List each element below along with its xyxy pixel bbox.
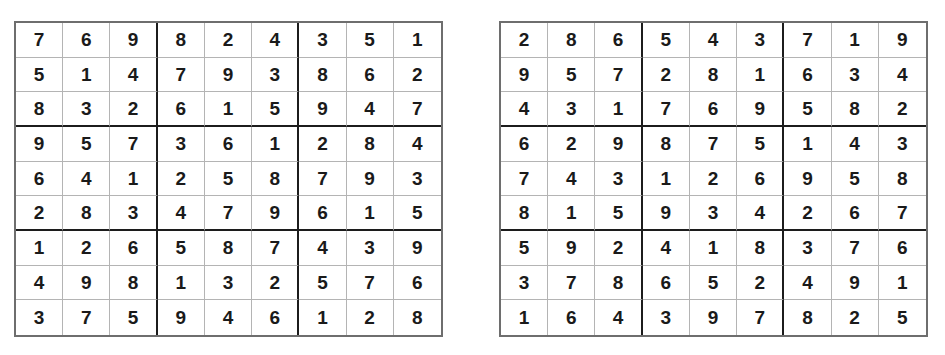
sudoku-cell-left-r9c1: 3 [16,300,63,335]
sudoku-cell-left-r5c9: 3 [394,162,441,197]
sudoku-cell-left-r5c7: 7 [299,162,346,197]
sudoku-cell-right-r1c8: 1 [832,23,879,58]
sudoku-cell-left-r4c3: 7 [110,127,157,162]
sudoku-cell-right-r2c8: 3 [832,58,879,93]
sudoku-cell-left-r6c3: 3 [110,196,157,231]
sudoku-cell-right-r9c6: 7 [737,300,784,335]
sudoku-cell-right-r8c7: 4 [784,266,831,301]
sudoku-cell-right-r3c9: 2 [879,92,926,127]
sudoku-cell-right-r2c5: 8 [690,58,737,93]
sudoku-cell-right-r4c9: 3 [879,127,926,162]
sudoku-cell-left-r5c2: 4 [63,162,110,197]
sudoku-cell-right-r6c8: 6 [832,196,879,231]
sudoku-cell-right-r8c8: 9 [832,266,879,301]
sudoku-cell-left-r6c2: 8 [63,196,110,231]
sudoku-cell-left-r5c4: 2 [158,162,205,197]
sudoku-cell-right-r5c6: 6 [737,162,784,197]
sudoku-cell-right-r4c7: 1 [784,127,831,162]
sudoku-cell-right-r6c3: 5 [595,196,642,231]
sudoku-cell-right-r2c6: 1 [737,58,784,93]
sudoku-cell-right-r3c6: 9 [737,92,784,127]
sudoku-cell-left-r1c4: 8 [158,23,205,58]
sudoku-cell-left-r2c7: 8 [299,58,346,93]
sudoku-cell-left-r5c5: 5 [205,162,252,197]
sudoku-cell-right-r3c5: 6 [690,92,737,127]
sudoku-cell-left-r4c4: 3 [158,127,205,162]
sudoku-cell-left-r4c7: 2 [299,127,346,162]
sudoku-cell-right-r8c4: 6 [643,266,690,301]
sudoku-cell-left-r6c9: 5 [394,196,441,231]
sudoku-cell-right-r1c3: 6 [595,23,642,58]
sudoku-cell-right-r4c2: 2 [548,127,595,162]
sudoku-cell-left-r2c3: 4 [110,58,157,93]
sudoku-cell-left-r5c1: 6 [16,162,63,197]
sudoku-cell-right-r7c1: 5 [501,231,548,266]
sudoku-cell-left-r9c4: 9 [158,300,205,335]
sudoku-cell-right-r5c3: 3 [595,162,642,197]
sudoku-cell-left-r3c6: 5 [252,92,299,127]
sudoku-cell-right-r7c2: 9 [548,231,595,266]
sudoku-cell-left-r6c1: 2 [16,196,63,231]
sudoku-cell-right-r2c3: 7 [595,58,642,93]
sudoku-cell-right-r2c2: 5 [548,58,595,93]
sudoku-cell-right-r1c7: 7 [784,23,831,58]
sudoku-cell-right-r5c2: 4 [548,162,595,197]
sudoku-cell-right-r1c6: 3 [737,23,784,58]
sudoku-cell-left-r3c3: 2 [110,92,157,127]
sudoku-cell-left-r6c6: 9 [252,196,299,231]
sudoku-cell-right-r7c6: 8 [737,231,784,266]
sudoku-cell-right-r3c1: 4 [501,92,548,127]
sudoku-cell-left-r7c9: 9 [394,231,441,266]
sudoku-cell-left-r2c8: 6 [347,58,394,93]
sudoku-cell-right-r7c3: 2 [595,231,642,266]
sudoku-cell-left-r5c8: 9 [347,162,394,197]
sudoku-cell-right-r1c1: 2 [501,23,548,58]
sudoku-cell-right-r1c2: 8 [548,23,595,58]
sudoku-cell-left-r1c8: 5 [347,23,394,58]
sudoku-cell-left-r8c6: 2 [252,266,299,301]
sudoku-cell-right-r2c1: 9 [501,58,548,93]
sudoku-cell-left-r7c7: 4 [299,231,346,266]
sudoku-cell-right-r2c7: 6 [784,58,831,93]
sudoku-cell-left-r9c6: 6 [252,300,299,335]
sudoku-cell-left-r7c6: 7 [252,231,299,266]
sudoku-cell-right-r4c1: 6 [501,127,548,162]
sudoku-cell-right-r5c5: 2 [690,162,737,197]
sudoku-cell-left-r1c1: 7 [16,23,63,58]
sudoku-cell-left-r2c9: 2 [394,58,441,93]
sudoku-cell-right-r9c7: 8 [784,300,831,335]
sudoku-cell-right-r3c4: 7 [643,92,690,127]
sudoku-cell-left-r5c3: 1 [110,162,157,197]
sudoku-cell-left-r1c2: 6 [63,23,110,58]
sudoku-cell-right-r2c4: 2 [643,58,690,93]
sudoku-cell-right-r1c5: 4 [690,23,737,58]
sudoku-cell-right-r3c8: 8 [832,92,879,127]
sudoku-cell-right-r3c3: 1 [595,92,642,127]
sudoku-cell-left-r7c3: 6 [110,231,157,266]
sudoku-cell-right-r8c5: 5 [690,266,737,301]
sudoku-cell-left-r8c2: 9 [63,266,110,301]
sudoku-cell-right-r5c9: 8 [879,162,926,197]
sudoku-cell-left-r4c2: 5 [63,127,110,162]
sudoku-cell-left-r3c4: 6 [158,92,205,127]
sudoku-cell-left-r8c4: 1 [158,266,205,301]
sudoku-cell-right-r7c4: 4 [643,231,690,266]
sudoku-cell-right-r5c4: 1 [643,162,690,197]
sudoku-cell-left-r3c8: 4 [347,92,394,127]
sudoku-cell-right-r8c1: 3 [501,266,548,301]
sudoku-cell-left-r4c1: 9 [16,127,63,162]
sudoku-cell-right-r3c7: 5 [784,92,831,127]
sudoku-cell-left-r9c3: 5 [110,300,157,335]
sudoku-cell-left-r2c5: 9 [205,58,252,93]
sudoku-cell-left-r1c9: 1 [394,23,441,58]
sudoku-cell-left-r2c4: 7 [158,58,205,93]
sudoku-cell-left-r8c3: 8 [110,266,157,301]
sudoku-cell-left-r6c8: 1 [347,196,394,231]
sudoku-cell-right-r3c2: 3 [548,92,595,127]
sudoku-cell-left-r4c8: 8 [347,127,394,162]
sudoku-cell-right-r2c9: 4 [879,58,926,93]
sudoku-cell-right-r4c6: 5 [737,127,784,162]
sudoku-cell-right-r4c5: 7 [690,127,737,162]
sudoku-cell-left-r1c5: 2 [205,23,252,58]
sudoku-cell-left-r2c2: 1 [63,58,110,93]
sudoku-cell-left-r4c6: 1 [252,127,299,162]
sudoku-cell-right-r6c7: 2 [784,196,831,231]
sudoku-cell-right-r7c9: 6 [879,231,926,266]
sudoku-cell-right-r6c4: 9 [643,196,690,231]
sudoku-cell-left-r1c6: 4 [252,23,299,58]
sudoku-cell-right-r9c1: 1 [501,300,548,335]
sudoku-cell-left-r2c1: 5 [16,58,63,93]
sudoku-cell-left-r8c8: 7 [347,266,394,301]
sudoku-cell-right-r4c4: 8 [643,127,690,162]
sudoku-cell-left-r1c3: 9 [110,23,157,58]
sudoku-cell-left-r3c7: 9 [299,92,346,127]
sudoku-cell-left-r6c5: 7 [205,196,252,231]
sudoku-cell-right-r8c9: 1 [879,266,926,301]
sudoku-cell-left-r9c5: 4 [205,300,252,335]
sudoku-cell-right-r6c6: 4 [737,196,784,231]
sudoku-cell-right-r4c3: 9 [595,127,642,162]
sudoku-cell-right-r5c8: 5 [832,162,879,197]
sudoku-cell-right-r8c6: 2 [737,266,784,301]
sudoku-cell-right-r9c9: 5 [879,300,926,335]
sudoku-cell-right-r5c7: 9 [784,162,831,197]
sudoku-cell-right-r8c3: 8 [595,266,642,301]
sudoku-cell-left-r9c2: 7 [63,300,110,335]
sudoku-cell-right-r6c2: 1 [548,196,595,231]
sudoku-cell-right-r6c1: 8 [501,196,548,231]
sudoku-cell-left-r8c1: 4 [16,266,63,301]
sudoku-cell-right-r8c2: 7 [548,266,595,301]
sudoku-cell-right-r6c9: 7 [879,196,926,231]
sudoku-cell-left-r4c5: 6 [205,127,252,162]
sudoku-cell-left-r5c6: 8 [252,162,299,197]
sudoku-cell-left-r3c1: 8 [16,92,63,127]
sudoku-cell-left-r7c8: 3 [347,231,394,266]
sudoku-cell-right-r9c8: 2 [832,300,879,335]
sudoku-cell-left-r7c4: 5 [158,231,205,266]
sudoku-cell-left-r4c9: 4 [394,127,441,162]
sudoku-cell-left-r7c2: 2 [63,231,110,266]
sudoku-cell-left-r9c8: 2 [347,300,394,335]
sudoku-grid-left: 7698243515147938628326159479573612846412… [14,21,443,337]
sudoku-cell-left-r3c2: 3 [63,92,110,127]
sudoku-cell-right-r7c7: 3 [784,231,831,266]
sudoku-cell-right-r6c5: 3 [690,196,737,231]
sudoku-cell-right-r9c4: 3 [643,300,690,335]
sudoku-cell-left-r8c5: 3 [205,266,252,301]
sudoku-cell-right-r1c4: 5 [643,23,690,58]
sudoku-cell-right-r9c3: 4 [595,300,642,335]
sudoku-grid-right: 2865437199572816344317695826298751437431… [499,21,928,337]
sudoku-cell-left-r9c9: 8 [394,300,441,335]
sudoku-cell-right-r7c8: 7 [832,231,879,266]
sudoku-cell-left-r8c7: 5 [299,266,346,301]
page-canvas: 7698243515147938628326159479573612846412… [0,0,945,355]
sudoku-cell-left-r3c9: 7 [394,92,441,127]
sudoku-cell-left-r3c5: 1 [205,92,252,127]
sudoku-cell-right-r9c2: 6 [548,300,595,335]
sudoku-cell-left-r8c9: 6 [394,266,441,301]
sudoku-cell-right-r7c5: 1 [690,231,737,266]
sudoku-cell-left-r7c1: 1 [16,231,63,266]
sudoku-cell-left-r6c7: 6 [299,196,346,231]
sudoku-cell-left-r1c7: 3 [299,23,346,58]
sudoku-cell-left-r2c6: 3 [252,58,299,93]
sudoku-cell-left-r7c5: 8 [205,231,252,266]
sudoku-cell-right-r4c8: 4 [832,127,879,162]
sudoku-cell-right-r9c5: 9 [690,300,737,335]
sudoku-cell-left-r9c7: 1 [299,300,346,335]
sudoku-cell-right-r5c1: 7 [501,162,548,197]
sudoku-cell-left-r6c4: 4 [158,196,205,231]
sudoku-cell-right-r1c9: 9 [879,23,926,58]
